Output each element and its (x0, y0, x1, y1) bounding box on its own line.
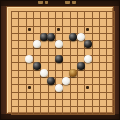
gomoku-app (0, 0, 120, 120)
frame-edge (0, 0, 120, 120)
